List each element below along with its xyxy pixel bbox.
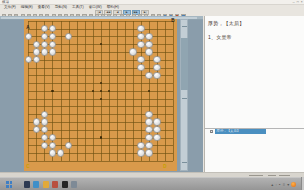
white-stone (153, 118, 160, 125)
white-stone (33, 48, 40, 55)
maximize-button[interactable]: □ (297, 0, 299, 4)
taskbar-app-icon[interactable] (71, 181, 77, 188)
tray-icon[interactable]: ▴ (271, 182, 273, 188)
app-window: 棋谱 ─ □ × 文件(F)编辑(E)查看(V)导航(N)工具(T)窗口(W)帮… (0, 0, 304, 177)
board-label-B: B (171, 19, 174, 24)
white-stone (145, 142, 152, 149)
white-stone (137, 56, 144, 63)
white-stone (41, 41, 48, 48)
white-stone (33, 41, 40, 48)
white-stone (137, 41, 144, 48)
white-stone (153, 56, 160, 63)
white-stone (145, 134, 152, 141)
grid-line (133, 21, 134, 161)
show-desktop-button[interactable] (301, 177, 304, 190)
scrollbar-thumb[interactable] (181, 38, 188, 90)
menu-item[interactable]: 导航(N) (53, 5, 69, 9)
status-item (268, 175, 276, 177)
menu-item[interactable]: 工具(T) (70, 5, 86, 9)
grid-line (117, 21, 118, 161)
grid-line (28, 161, 173, 162)
tray-icon[interactable]: ▪ (279, 182, 280, 188)
white-stone (41, 25, 48, 32)
star-point (100, 98, 102, 100)
white-stone (41, 48, 48, 55)
white-stone (49, 48, 56, 55)
white-stone (49, 142, 56, 149)
tree-expand-icon[interactable]: + (210, 130, 213, 133)
menu-bar: 文件(F)编辑(E)查看(V)导航(N)工具(T)窗口(W)帮助(H) (0, 5, 304, 10)
vertical-scrollbar[interactable] (180, 19, 189, 171)
start-button[interactable] (6, 181, 12, 187)
tray-icon[interactable]: ≡ (283, 182, 285, 188)
menu-item[interactable]: 编辑(E) (19, 5, 35, 9)
status-item (249, 175, 263, 177)
board-label-D: D (163, 165, 166, 170)
white-stone (153, 126, 160, 133)
playback-toolbar: |◀◀◀◀▶▶▶▶| (95, 10, 149, 14)
white-stone (137, 64, 144, 71)
star-point (100, 136, 102, 138)
white-stone (145, 149, 152, 156)
triangle-marker (51, 27, 53, 30)
white-stone (137, 142, 144, 149)
white-stone (145, 111, 152, 118)
window-controls: ─ □ × (292, 0, 302, 4)
taskbar-app-icon[interactable] (33, 181, 39, 188)
white-stone (49, 41, 56, 48)
board-label-C: C (26, 165, 29, 170)
white-stone (129, 48, 136, 55)
white-stone (41, 126, 48, 133)
white-stone (145, 118, 152, 125)
grid-line (28, 106, 173, 107)
board-window: ABCD (0, 16, 203, 172)
white-stone (57, 149, 64, 156)
white-stone (41, 118, 48, 125)
tray-icon[interactable]: ▾ (287, 182, 289, 188)
system-tray: ▴◦▪≡▾ (271, 182, 296, 188)
menu-item[interactable]: 查看(V) (36, 5, 52, 9)
white-stone (41, 142, 48, 149)
taskbar-app-icon[interactable] (52, 181, 58, 188)
white-stone (33, 126, 40, 133)
white-stone (145, 126, 152, 133)
status-item (279, 175, 290, 177)
star-point (100, 82, 102, 84)
white-stone (49, 134, 56, 141)
white-stone (145, 33, 152, 40)
comment-title[interactable]: 厚势，【太后】 (208, 20, 244, 26)
tray-orange-icon[interactable] (291, 182, 296, 187)
star-point (51, 90, 53, 92)
star-point (100, 43, 102, 45)
white-stone (25, 56, 32, 63)
white-stone (137, 25, 144, 32)
taskbar-app-icon[interactable] (62, 181, 68, 188)
triangle-marker (67, 35, 69, 38)
star-point (148, 90, 150, 92)
white-stone (65, 142, 72, 149)
white-stone (153, 72, 160, 79)
go-board[interactable]: ABCD (24, 19, 177, 171)
white-stone (33, 118, 40, 125)
minimize-button[interactable]: ─ (292, 0, 294, 4)
tree-selected-node[interactable]: 厚势，【太后】 (215, 129, 266, 134)
taskbar-app-icon[interactable] (24, 181, 30, 188)
star-point (100, 90, 102, 92)
white-stone (145, 48, 152, 55)
menu-item[interactable]: 文件(F) (2, 5, 18, 9)
white-stone (137, 149, 144, 156)
grid-line (125, 21, 126, 161)
board-label-A: A (26, 26, 29, 31)
white-stone (153, 64, 160, 71)
taskbar: ▴◦▪≡▾ (0, 177, 304, 190)
taskbar-app-icons (24, 181, 77, 188)
white-stone (145, 72, 152, 79)
grid-line (173, 21, 174, 161)
white-stone (41, 33, 48, 40)
star-point (108, 90, 110, 92)
white-stone (153, 134, 160, 141)
star-point (92, 90, 94, 92)
white-stone (145, 41, 152, 48)
white-stone (41, 134, 48, 141)
white-stone (41, 111, 48, 118)
comment-subtitle[interactable]: 1、女皇帝 (208, 34, 232, 40)
taskbar-app-icon[interactable] (43, 181, 49, 188)
white-stone (33, 56, 40, 63)
white-stone (137, 33, 144, 40)
white-stone (25, 33, 32, 40)
white-stone (49, 33, 56, 40)
close-button[interactable]: × (301, 0, 303, 4)
info-panel: 厚势，【太后】 1、女皇帝 + 厚势，【太后】 (204, 16, 304, 172)
white-stone (49, 149, 56, 156)
tray-icon[interactable]: ◦ (275, 182, 276, 188)
window-title: 棋谱 (2, 0, 9, 4)
grid-line (165, 21, 166, 161)
